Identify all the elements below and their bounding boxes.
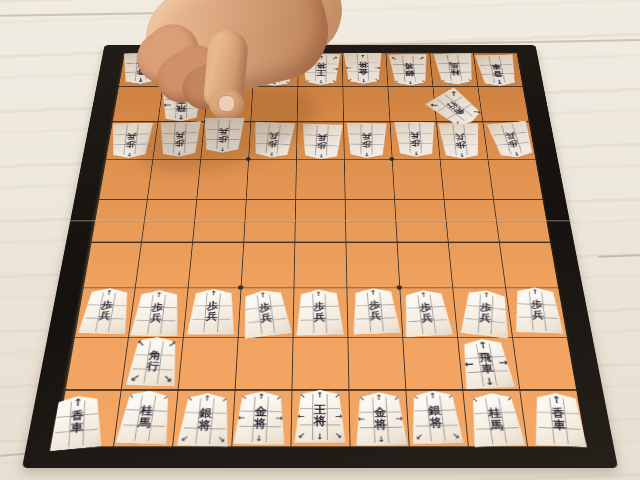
move-arrow-n: ↑ — [105, 290, 113, 297]
square-9g[interactable]: ↑歩兵 — [73, 288, 135, 337]
piece-sente-pawn[interactable]: ↑歩兵 — [77, 288, 133, 335]
move-arrow-n: ↑ — [407, 80, 413, 85]
move-arrow-s: ↓ — [255, 435, 263, 443]
move-arrow-n: ↑ — [271, 80, 277, 85]
piece-kanji: 香車 — [491, 63, 504, 77]
piece-kanji: 銀将 — [197, 407, 212, 430]
move-arrow-s: ↓ — [316, 433, 323, 441]
square-7f[interactable] — [188, 242, 244, 288]
piece-gote-pawn[interactable]: ↑歩兵 — [201, 118, 245, 153]
move-arrow-se: ↘ — [334, 432, 341, 440]
square-2i[interactable]: ↖↗桂馬 — [462, 389, 527, 446]
square-3g[interactable]: ↑歩兵 — [399, 288, 457, 337]
square-3f[interactable] — [397, 242, 453, 288]
square-9c[interactable]: ↑歩兵 — [105, 121, 158, 159]
piece-gote-pawn[interactable]: ↑歩兵 — [393, 121, 437, 156]
move-arrow-nw: ↖ — [240, 394, 248, 402]
square-3d[interactable] — [392, 159, 444, 199]
square-9d[interactable] — [98, 159, 153, 199]
piece-kanji: 香車 — [136, 61, 147, 75]
move-arrow-n: ↑ — [155, 292, 163, 299]
square-7h[interactable] — [178, 337, 238, 390]
scene: ↑香車↖↗桂馬↖↑↗↙↘銀将↖↑↗←→↓金将↖↑↗←→↙↓↘王将↖↑↗←→↓金将… — [0, 0, 640, 480]
square-8i[interactable]: ↖↗桂馬 — [113, 389, 178, 446]
move-arrow-sw: ↙ — [418, 56, 424, 60]
piece-kanji: 歩兵 — [267, 132, 279, 148]
move-arrow-ne: ↗ — [221, 396, 229, 404]
piece-kanji: 桂馬 — [137, 405, 153, 429]
move-arrow-sw: ↙ — [415, 433, 423, 441]
square-7b[interactable] — [204, 86, 252, 121]
piece-kanji: 金将 — [358, 62, 368, 75]
move-arrow-ne: ↗ — [162, 394, 170, 402]
piece-kanji: 銀将 — [427, 405, 442, 428]
piece-kanji: 金将 — [270, 63, 281, 77]
piece-gote-pawn[interactable]: ↑歩兵 — [108, 122, 154, 158]
square-3c[interactable]: ↑歩兵 — [390, 121, 440, 159]
move-arrow-sw: ↙ — [332, 56, 338, 60]
square-3h[interactable] — [402, 337, 462, 390]
piece-kanji: 桂馬 — [449, 62, 461, 76]
square-5g[interactable]: ↑歩兵 — [293, 288, 348, 337]
move-arrow-s: ↓ — [178, 89, 186, 96]
square-4a[interactable]: ↖↑↗←→↓金将 — [342, 53, 388, 86]
square-7d[interactable] — [196, 159, 248, 199]
move-arrow-n: ↑ — [210, 291, 217, 297]
square-6d[interactable] — [246, 159, 296, 199]
move-arrow-nw: ↖ — [470, 396, 478, 404]
square-3i[interactable]: ↖↑↗↙↘銀将 — [405, 389, 468, 446]
move-arrow-e: → — [257, 68, 263, 73]
piece-kanji: 歩兵 — [316, 133, 327, 149]
square-5a[interactable]: ↖↑↗←→↙↓↘王将 — [298, 53, 343, 86]
piece-gote-king[interactable]: ↖↑↗←→↙↓↘王将 — [301, 54, 341, 85]
square-2d[interactable] — [440, 159, 493, 199]
square-8g[interactable]: ↑歩兵 — [128, 288, 188, 337]
square-7g[interactable]: ↑歩兵 — [183, 288, 241, 337]
move-arrow-nw: ↖ — [411, 393, 419, 401]
square-5f[interactable] — [294, 242, 347, 288]
move-arrow-n: ↑ — [369, 290, 376, 297]
move-arrow-n: ↑ — [259, 292, 266, 299]
move-arrow-ne: ↗ — [393, 79, 399, 84]
square-4i[interactable]: ↖↑↗←→↓金将 — [348, 389, 408, 446]
square-8b[interactable]: ↑↓←→飛車 — [158, 86, 208, 121]
board-squares: ↑香車↖↗桂馬↖↑↗↙↘銀将↖↑↗←→↓金将↖↑↗←→↙↓↘王将↖↑↗←→↓金将… — [54, 53, 586, 446]
move-arrow-nw: ↖ — [357, 395, 365, 403]
move-arrow-n: ↑ — [257, 393, 265, 401]
piece-gote-rook[interactable]: ↑↓←→飛車 — [160, 88, 202, 122]
move-arrow-ne: ↗ — [257, 80, 263, 85]
square-5h[interactable] — [292, 337, 349, 390]
move-arrow-n: ↑ — [72, 397, 82, 408]
piece-kanji: 歩兵 — [149, 303, 163, 323]
move-arrow-nw: ↖ — [195, 80, 201, 85]
piece-sente-silver[interactable]: ↖↑↗↙↘銀将 — [407, 390, 464, 444]
square-6e[interactable] — [243, 199, 295, 242]
move-arrow-n: ↑ — [219, 146, 225, 151]
square-4b[interactable] — [342, 86, 389, 121]
move-arrow-n: ↑ — [429, 392, 437, 400]
piece-kanji: 歩兵 — [361, 132, 371, 147]
square-1a[interactable]: ↑香車 — [473, 53, 523, 86]
move-arrow-e: → — [275, 414, 283, 422]
move-arrow-n: ↑ — [203, 395, 211, 403]
piece-gote-gold[interactable]: ↖↑↗←→↓金将 — [343, 53, 383, 84]
square-1b[interactable] — [477, 86, 528, 121]
move-arrow-s: ↓ — [377, 435, 385, 443]
move-arrow-ne: ↗ — [304, 79, 310, 84]
piece-sente-pawn[interactable]: ↑歩兵 — [460, 288, 510, 339]
move-arrow-s: ↓ — [360, 54, 366, 58]
piece-gote-pawn[interactable]: ↑歩兵 — [250, 121, 295, 157]
piece-kanji: 香車 — [70, 410, 84, 434]
square-9h[interactable] — [64, 337, 128, 390]
move-arrow-ne: ↗ — [446, 392, 454, 400]
square-2g[interactable]: ↑歩兵 — [452, 288, 512, 337]
square-9i[interactable]: ↑香車 — [54, 389, 121, 446]
square-7a[interactable]: ↖↑↗↙↘銀将 — [208, 53, 255, 86]
move-arrow-w: ← — [332, 67, 338, 72]
move-arrow-n: ↑ — [551, 394, 562, 404]
piece-kanji: 角行 — [146, 350, 161, 372]
piece-sente-gold[interactable]: ↖↑↗←→↓金将 — [353, 392, 407, 446]
move-arrow-nw: ↖ — [242, 79, 248, 84]
move-arrow-w: ← — [463, 359, 474, 369]
move-arrow-w: ← — [237, 413, 245, 421]
piece-sente-gold[interactable]: ↖↑↗←→↓金将 — [233, 391, 287, 445]
move-arrow-ne: ↗ — [167, 79, 174, 84]
move-arrow-sw: ↙ — [448, 89, 460, 97]
move-arrow-ne: ↗ — [167, 339, 178, 348]
piece-kanji: 歩兵 — [368, 301, 381, 321]
move-arrow-n: ↑ — [318, 152, 324, 157]
move-arrow-ne: ↗ — [393, 394, 401, 402]
move-arrow-ne: ↗ — [505, 395, 513, 403]
square-4f[interactable] — [346, 242, 400, 288]
square-1i[interactable]: ↑香車 — [519, 389, 586, 446]
move-arrow-n: ↑ — [315, 291, 322, 298]
move-arrow-ne: ↗ — [275, 394, 283, 402]
piece-gote-gold[interactable]: ↖↑↗←→↓金将 — [254, 55, 296, 87]
move-arrow-nw: ↖ — [332, 79, 338, 84]
square-8a[interactable]: ↖↗桂馬 — [163, 53, 211, 86]
piece-sente-king[interactable]: ↖↑↗←→↙↓↘王将 — [294, 390, 346, 443]
square-4e[interactable] — [345, 199, 397, 242]
piece-kanji: 歩兵 — [98, 301, 113, 321]
piece-kanji: 歩兵 — [419, 303, 434, 323]
move-arrow-e: → — [395, 414, 403, 422]
square-7i[interactable]: ↖↑↗↙↘銀将 — [172, 389, 235, 446]
move-arrow-sw: ↙ — [180, 435, 188, 443]
square-6b[interactable] — [250, 86, 297, 121]
square-8f[interactable] — [135, 242, 192, 288]
move-arrow-n: ↑ — [495, 79, 504, 85]
square-5c[interactable]: ↑歩兵 — [296, 121, 344, 159]
move-arrow-n: ↑ — [177, 114, 185, 121]
move-arrow-nw: ↖ — [126, 392, 134, 400]
move-arrow-nw: ↖ — [467, 78, 473, 83]
piece-kanji: 飛車 — [176, 97, 186, 112]
move-arrow-n: ↑ — [458, 152, 465, 157]
piece-sente-knight[interactable]: ↖↗桂馬 — [466, 392, 526, 447]
move-arrow-n: ↑ — [268, 151, 275, 156]
move-arrow-w: ← — [374, 66, 380, 70]
move-arrow-n: ↑ — [228, 79, 234, 84]
square-1f[interactable] — [499, 242, 558, 288]
square-5b[interactable] — [297, 86, 343, 121]
move-arrow-sw: ↙ — [298, 432, 305, 440]
piece-gote-knight[interactable]: ↖↗桂馬 — [433, 53, 477, 85]
board-frame: ↑香車↖↗桂馬↖↑↗↙↘銀将↖↑↗←→↓金将↖↑↗←→↙↓↘王将↖↑↗←→↓金将… — [22, 45, 618, 468]
square-6f[interactable] — [241, 242, 295, 288]
move-arrow-nw: ↖ — [285, 80, 291, 85]
piece-sente-knight[interactable]: ↖↗桂馬 — [115, 390, 175, 445]
piece-gote-silver[interactable]: ↖↑↗↙↘銀将 — [211, 53, 254, 85]
shogi-board: ↑香車↖↗桂馬↖↑↗↙↘銀将↖↑↗←→↓金将↖↑↗←→↙↓↘王将↖↑↗←→↓金将… — [22, 45, 618, 468]
move-arrow-w: ← — [297, 412, 304, 420]
move-arrow-e: → — [335, 412, 342, 420]
piece-gote-lance[interactable]: ↑香車 — [120, 52, 161, 84]
piece-sente-lance[interactable]: ↑香車 — [530, 392, 587, 447]
square-5d[interactable] — [295, 159, 344, 199]
piece-kanji: 金将 — [253, 406, 267, 429]
piece-kanji: 歩兵 — [258, 303, 272, 324]
square-2e[interactable] — [444, 199, 499, 242]
move-arrow-nw: ↖ — [185, 395, 193, 403]
move-arrow-n: ↑ — [512, 150, 520, 156]
move-arrow-e: → — [345, 66, 351, 70]
piece-kanji: 歩兵 — [174, 131, 185, 146]
move-arrow-n: ↑ — [477, 341, 488, 351]
square-8d[interactable] — [147, 159, 200, 199]
move-arrow-ne: ↗ — [214, 78, 220, 83]
piece-kanji: 飛車 — [478, 352, 494, 374]
piece-gote-pawn[interactable]: ↑歩兵 — [345, 122, 387, 158]
move-arrow-se: ↘ — [391, 56, 397, 60]
move-arrow-se: ↘ — [218, 55, 224, 60]
move-arrow-n: ↑ — [420, 292, 428, 299]
move-arrow-ne: ↗ — [347, 78, 353, 83]
move-arrow-n: ↑ — [126, 151, 133, 156]
piece-sente-pawn[interactable]: ↑歩兵 — [400, 290, 454, 338]
piece-kanji: 角行 — [445, 101, 466, 117]
move-arrow-s: ↓ — [484, 377, 495, 387]
piece-kanji: 歩兵 — [409, 131, 420, 146]
piece-gote-pawn[interactable]: ↑歩兵 — [300, 123, 343, 159]
square-8c[interactable]: ↑歩兵 — [152, 121, 204, 159]
square-9a[interactable]: ↑香車 — [118, 53, 168, 86]
piece-kanji: 歩兵 — [313, 302, 325, 322]
move-arrow-se: ↘ — [162, 374, 173, 384]
square-9e[interactable] — [90, 199, 147, 242]
square-1d[interactable] — [488, 159, 543, 199]
move-arrow-sw: ↙ — [245, 55, 251, 60]
piece-sente-pawn[interactable]: ↑歩兵 — [295, 289, 344, 336]
square-4c[interactable]: ↑歩兵 — [343, 121, 392, 159]
move-arrow-s: ↓ — [273, 56, 279, 61]
move-arrow-ne: ↗ — [439, 79, 445, 84]
piece-kanji: 桂馬 — [487, 407, 503, 431]
square-2b[interactable]: ↖↗↙↘角行 — [432, 86, 482, 121]
square-2a[interactable]: ↖↗桂馬 — [429, 53, 477, 86]
piece-gote-lance[interactable]: ↑香車 — [474, 54, 520, 86]
square-9f[interactable] — [82, 242, 141, 288]
piece-gote-pawn[interactable]: ↑歩兵 — [437, 123, 483, 158]
move-arrow-se: ↘ — [451, 432, 459, 440]
move-arrow-nw: ↖ — [374, 78, 380, 83]
move-arrow-n: ↑ — [483, 292, 490, 299]
piece-kanji: 歩兵 — [125, 132, 137, 147]
move-arrow-e: → — [303, 67, 309, 72]
piece-sente-pawn[interactable]: ↑歩兵 — [239, 288, 292, 339]
table-plank-seam — [598, 254, 640, 257]
square-6h[interactable] — [235, 337, 293, 390]
piece-sente-pawn[interactable]: ↑歩兵 — [349, 288, 400, 335]
move-arrow-s: ↓ — [318, 55, 324, 59]
move-arrow-ne: ↗ — [334, 392, 341, 399]
move-arrow-n: ↑ — [316, 391, 323, 398]
piece-kanji: 銀将 — [403, 63, 414, 77]
piece-sente-lance[interactable]: ↑香車 — [49, 393, 103, 451]
square-4d[interactable] — [344, 159, 394, 199]
square-6c[interactable]: ↑歩兵 — [248, 121, 297, 159]
square-2h[interactable]: ↑↓←→飛車 — [457, 337, 519, 390]
move-arrow-w: ← — [191, 101, 199, 108]
piece-sente-bishop[interactable]: ↖↗↙↘角行 — [125, 336, 181, 386]
square-7c[interactable]: ↑歩兵 — [200, 121, 250, 159]
move-arrow-e: → — [163, 102, 171, 109]
move-arrow-n: ↑ — [413, 150, 419, 155]
square-3a[interactable]: ↖↑↗↙↘銀将 — [386, 53, 433, 86]
move-arrow-nw: ↖ — [421, 79, 427, 84]
piece-kanji: 歩兵 — [530, 300, 544, 320]
move-arrow-w: ← — [357, 415, 365, 423]
piece-kanji: 歩兵 — [217, 127, 228, 142]
move-arrow-e: → — [497, 358, 508, 368]
piece-kanji: 香車 — [551, 407, 566, 431]
move-arrow-n: ↑ — [531, 289, 538, 296]
piece-kanji: 歩兵 — [454, 133, 466, 148]
move-arrow-n: ↑ — [176, 150, 182, 155]
square-4g[interactable]: ↑歩兵 — [346, 288, 402, 337]
piece-kanji: 歩兵 — [504, 131, 519, 147]
move-arrow-n: ↑ — [360, 78, 366, 83]
piece-gote-silver[interactable]: ↖↑↗↙↘銀将 — [388, 54, 430, 85]
move-arrow-n: ↑ — [318, 79, 324, 84]
move-arrow-nw: ↖ — [135, 339, 146, 348]
piece-kanji: 金将 — [373, 407, 387, 430]
square-6g[interactable]: ↑歩兵 — [238, 288, 294, 337]
square-1g[interactable]: ↑歩兵 — [505, 288, 567, 337]
move-arrow-n: ↑ — [136, 77, 144, 83]
piece-sente-pawn[interactable]: ↑歩兵 — [129, 290, 183, 336]
move-arrow-w: ← — [286, 68, 292, 73]
square-2c[interactable]: ↑歩兵 — [436, 121, 488, 159]
square-8h[interactable]: ↖↗↙↘角行 — [121, 337, 183, 390]
move-arrow-n: ↑ — [363, 151, 369, 156]
move-arrow-n: ↑ — [375, 394, 383, 402]
square-1e[interactable] — [493, 199, 550, 242]
square-6a[interactable]: ↖↑↗←→↓金将 — [253, 53, 299, 86]
piece-sente-silver[interactable]: ↖↑↗↙↘銀将 — [176, 392, 233, 446]
board-playing-area: ↑香車↖↗桂馬↖↑↗↙↘銀将↖↑↗←→↓金将↖↑↗←→↙↓↘王将↖↑↗←→↓金将… — [52, 52, 589, 448]
square-8e[interactable] — [141, 199, 196, 242]
square-4h[interactable] — [347, 337, 405, 390]
square-5i[interactable]: ↖↑↗←→↙↓↘王将 — [290, 389, 349, 446]
piece-gote-pawn[interactable]: ↑歩兵 — [486, 121, 538, 159]
square-3e[interactable] — [394, 199, 448, 242]
piece-sente-pawn[interactable]: ↑歩兵 — [511, 287, 563, 334]
piece-kanji: 歩兵 — [479, 303, 492, 324]
piece-sente-pawn[interactable]: ↑歩兵 — [186, 289, 237, 335]
piece-sente-rook[interactable]: ↑↓←→飛車 — [457, 338, 515, 389]
square-6i[interactable]: ↖↑↗←→↓金将 — [231, 389, 291, 446]
move-arrow-sw: ↙ — [129, 373, 140, 383]
move-arrow-se: ↘ — [305, 55, 311, 59]
move-arrow-nw: ↖ — [299, 392, 306, 399]
square-9b[interactable] — [111, 86, 162, 121]
piece-gote-pawn[interactable]: ↑歩兵 — [157, 121, 201, 157]
piece-gote-knight[interactable]: ↖↗桂馬 — [164, 54, 209, 86]
square-1h[interactable] — [512, 337, 576, 390]
square-7e[interactable] — [192, 199, 246, 242]
piece-kanji: 歩兵 — [206, 302, 219, 322]
table-plank-seam — [0, 11, 215, 17]
piece-kanji: 桂馬 — [181, 63, 193, 77]
piece-kanji: 王将 — [314, 404, 327, 427]
square-2f[interactable] — [448, 242, 505, 288]
square-1c[interactable]: ↑歩兵 — [482, 121, 535, 159]
piece-kanji: 王将 — [316, 63, 326, 77]
piece-kanji: 銀将 — [227, 62, 238, 76]
move-arrow-se: ↘ — [217, 436, 225, 444]
square-5e[interactable] — [294, 199, 345, 242]
